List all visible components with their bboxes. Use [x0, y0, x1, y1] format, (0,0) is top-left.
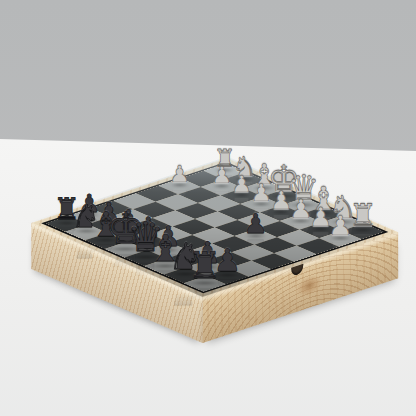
- piece-reflection: ♟: [169, 186, 190, 209]
- chess-piece-white-pawn: ♟♟: [211, 164, 232, 187]
- piece-reflection: ♟: [328, 238, 352, 265]
- wood-knot: [296, 271, 323, 300]
- piece-reflection: ♜: [188, 283, 221, 320]
- pawn-glyph: ♟: [169, 163, 190, 186]
- pawn-glyph: ♟: [231, 173, 252, 196]
- chess-piece-white-pawn: ♟♟: [231, 173, 252, 196]
- pawn-glyph: ♟: [251, 181, 273, 205]
- pawn-glyph: ♟: [244, 210, 268, 237]
- chess-piece-white-pawn: ♟♟: [169, 163, 190, 186]
- chess-piece-black-rook: ♜♜: [188, 247, 221, 284]
- chess-piece-black-pawn: ♟♟: [244, 210, 268, 237]
- product-photo: ♜♜♞♞♝♝♛♛♚♚♝♝♞♞♜♜♟♟♟♟♟♟♟♟♟♟♟♟♟♟♟♟♜♜♞♞♝♝♛♛…: [0, 0, 416, 416]
- rook-glyph: ♜: [349, 200, 377, 231]
- pawn-glyph: ♟: [211, 164, 232, 187]
- rook-glyph: ♜: [188, 247, 221, 284]
- pawn-glyph: ♟: [328, 212, 352, 239]
- chess-piece-white-pawn: ♟♟: [251, 181, 273, 205]
- chess-piece-white-pawn: ♟♟: [328, 212, 352, 239]
- chess-piece-white-rook: ♜♜: [349, 200, 377, 231]
- piece-reflection: ♟: [211, 187, 232, 210]
- chess-set-scene: ♜♜♞♞♝♝♛♛♚♚♝♝♞♞♜♜♟♟♟♟♟♟♟♟♟♟♟♟♟♟♟♟♜♜♞♞♝♝♛♛…: [0, 0, 416, 416]
- piece-reflection: ♟: [244, 236, 268, 263]
